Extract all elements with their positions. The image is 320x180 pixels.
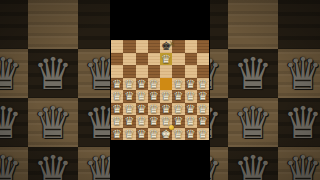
square-a2[interactable]: ♛ [111, 115, 123, 128]
square-h7[interactable] [197, 53, 209, 66]
white-queen-d1[interactable]: ♛ [148, 128, 160, 141]
background-square: ♛ [278, 49, 320, 98]
square-g4[interactable]: ♛ [185, 90, 197, 103]
square-a6[interactable] [111, 65, 123, 78]
background-square: ♛ [0, 147, 28, 180]
square-d6[interactable] [148, 65, 160, 78]
square-c1[interactable]: ♛ [136, 128, 148, 141]
white-queen-c4[interactable]: ♛ [136, 90, 148, 103]
square-a8[interactable] [111, 40, 123, 53]
background-queen-icon: ♛ [33, 98, 72, 147]
square-b8[interactable] [123, 40, 135, 53]
white-queen-a2[interactable]: ♛ [111, 115, 123, 128]
white-queen-e7[interactable]: ♛ [160, 53, 172, 66]
white-queen-b1[interactable]: ♛ [123, 128, 135, 141]
white-queen-c2[interactable]: ♛ [136, 115, 148, 128]
square-f8[interactable] [172, 40, 184, 53]
background-queen-icon: ♛ [283, 98, 320, 147]
app-video-strip: ♚♛♛♛♛♛♛♛♛♛♛♛♛♛♛♛♛♛♛♛♛♛♛♛♛♛♛♛♛♛♛♛♛♛♛♛♛♚♛♛… [110, 0, 210, 180]
white-queen-e2[interactable]: ♛ [160, 115, 172, 128]
background-queen-icon: ♛ [283, 147, 320, 180]
white-queen-e4[interactable]: ♛ [160, 90, 172, 103]
white-queen-h4[interactable]: ♛ [197, 90, 209, 103]
white-queen-h2[interactable]: ♛ [197, 115, 209, 128]
background-square: ♛ [28, 147, 78, 180]
background-queen-icon: ♛ [233, 49, 272, 98]
white-queen-g1[interactable]: ♛ [185, 128, 197, 141]
square-c8[interactable] [136, 40, 148, 53]
white-queen-g4[interactable]: ♛ [185, 90, 197, 103]
square-h2[interactable]: ♛ [197, 115, 209, 128]
square-f1[interactable]: ♛ [172, 128, 184, 141]
square-c7[interactable] [136, 53, 148, 66]
square-h4[interactable]: ♛ [197, 90, 209, 103]
background-square [28, 0, 78, 49]
background-queen-icon: ♛ [33, 49, 72, 98]
square-b1[interactable]: ♛ [123, 128, 135, 141]
video-frame: ♛♛♛♛♛♛♛♛♛♛♛♛♛♛♛♛♛♛♛♛♛ ♚♛♛♛♛♛♛♛♛♛♛♛♛♛♛♛♛♛… [0, 0, 320, 180]
background-square: ♛ [278, 147, 320, 180]
white-queen-b2[interactable]: ♛ [123, 115, 135, 128]
white-queen-c1[interactable]: ♛ [136, 128, 148, 141]
square-h6[interactable] [197, 65, 209, 78]
background-square: ♛ [0, 98, 28, 147]
square-d7[interactable] [148, 53, 160, 66]
square-f7[interactable] [172, 53, 184, 66]
square-a4[interactable]: ♛ [111, 90, 123, 103]
square-b4[interactable]: ♛ [123, 90, 135, 103]
square-f2[interactable]: ♛ [172, 115, 184, 128]
square-b7[interactable] [123, 53, 135, 66]
square-d4[interactable]: ♛ [148, 90, 160, 103]
background-square: ♛ [0, 49, 28, 98]
background-square: ♛ [28, 98, 78, 147]
square-d2[interactable]: ♛ [148, 115, 160, 128]
background-queen-icon: ♛ [0, 98, 23, 147]
square-c4[interactable]: ♛ [136, 90, 148, 103]
square-d8[interactable] [148, 40, 160, 53]
square-e2[interactable]: ♛ [160, 115, 172, 128]
white-queen-f2[interactable]: ♛ [172, 115, 184, 128]
black-king-e8[interactable]: ♚ [160, 40, 172, 53]
square-a1[interactable]: ♛ [111, 128, 123, 141]
background-queen-icon: ♛ [0, 49, 23, 98]
chess-board[interactable]: ♚♛♛♛♛♛♛♛♛♛♛♛♛♛♛♛♛♛♛♛♛♛♛♛♛♛♛♛♛♛♛♛♛♛♛♛♛♚♛♛… [111, 40, 209, 140]
background-square [228, 0, 278, 49]
white-queen-a4[interactable]: ♛ [111, 90, 123, 103]
background-square [0, 0, 28, 49]
square-e7[interactable]: ♛ [160, 53, 172, 66]
square-e4[interactable]: ♛ [160, 90, 172, 103]
background-square: ♛ [28, 49, 78, 98]
square-g2[interactable]: ♛ [185, 115, 197, 128]
square-h1[interactable]: ♛ [197, 128, 209, 141]
background-queen-icon: ♛ [233, 147, 272, 180]
square-g1[interactable]: ♛ [185, 128, 197, 141]
white-queen-f4[interactable]: ♛ [172, 90, 184, 103]
background-queen-icon: ♛ [0, 147, 23, 180]
white-queen-a1[interactable]: ♛ [111, 128, 123, 141]
square-h8[interactable] [197, 40, 209, 53]
background-square: ♛ [278, 98, 320, 147]
background-queen-icon: ♛ [33, 147, 72, 180]
background-square: ♛ [228, 98, 278, 147]
background-square [278, 0, 320, 49]
square-g8[interactable] [185, 40, 197, 53]
square-d1[interactable]: ♛ [148, 128, 160, 141]
background-square: ♛ [228, 49, 278, 98]
square-g6[interactable] [185, 65, 197, 78]
square-e1[interactable]: ♚ [160, 128, 172, 141]
white-queen-h1[interactable]: ♛ [197, 128, 209, 141]
square-f4[interactable]: ♛ [172, 90, 184, 103]
background-square: ♛ [228, 147, 278, 180]
square-e6[interactable] [160, 65, 172, 78]
white-queen-b4[interactable]: ♛ [123, 90, 135, 103]
square-c6[interactable] [136, 65, 148, 78]
square-b2[interactable]: ♛ [123, 115, 135, 128]
background-queen-icon: ♛ [233, 98, 272, 147]
square-g7[interactable] [185, 53, 197, 66]
white-queen-d4[interactable]: ♛ [148, 90, 160, 103]
white-king-e1[interactable]: ♚ [160, 128, 172, 141]
white-queen-d2[interactable]: ♛ [148, 115, 160, 128]
square-c2[interactable]: ♛ [136, 115, 148, 128]
square-a7[interactable] [111, 53, 123, 66]
square-b6[interactable] [123, 65, 135, 78]
white-queen-g2[interactable]: ♛ [185, 115, 197, 128]
square-e8[interactable]: ♚ [160, 40, 172, 53]
background-queen-icon: ♛ [283, 49, 320, 98]
white-queen-f1[interactable]: ♛ [172, 128, 184, 141]
square-f6[interactable] [172, 65, 184, 78]
